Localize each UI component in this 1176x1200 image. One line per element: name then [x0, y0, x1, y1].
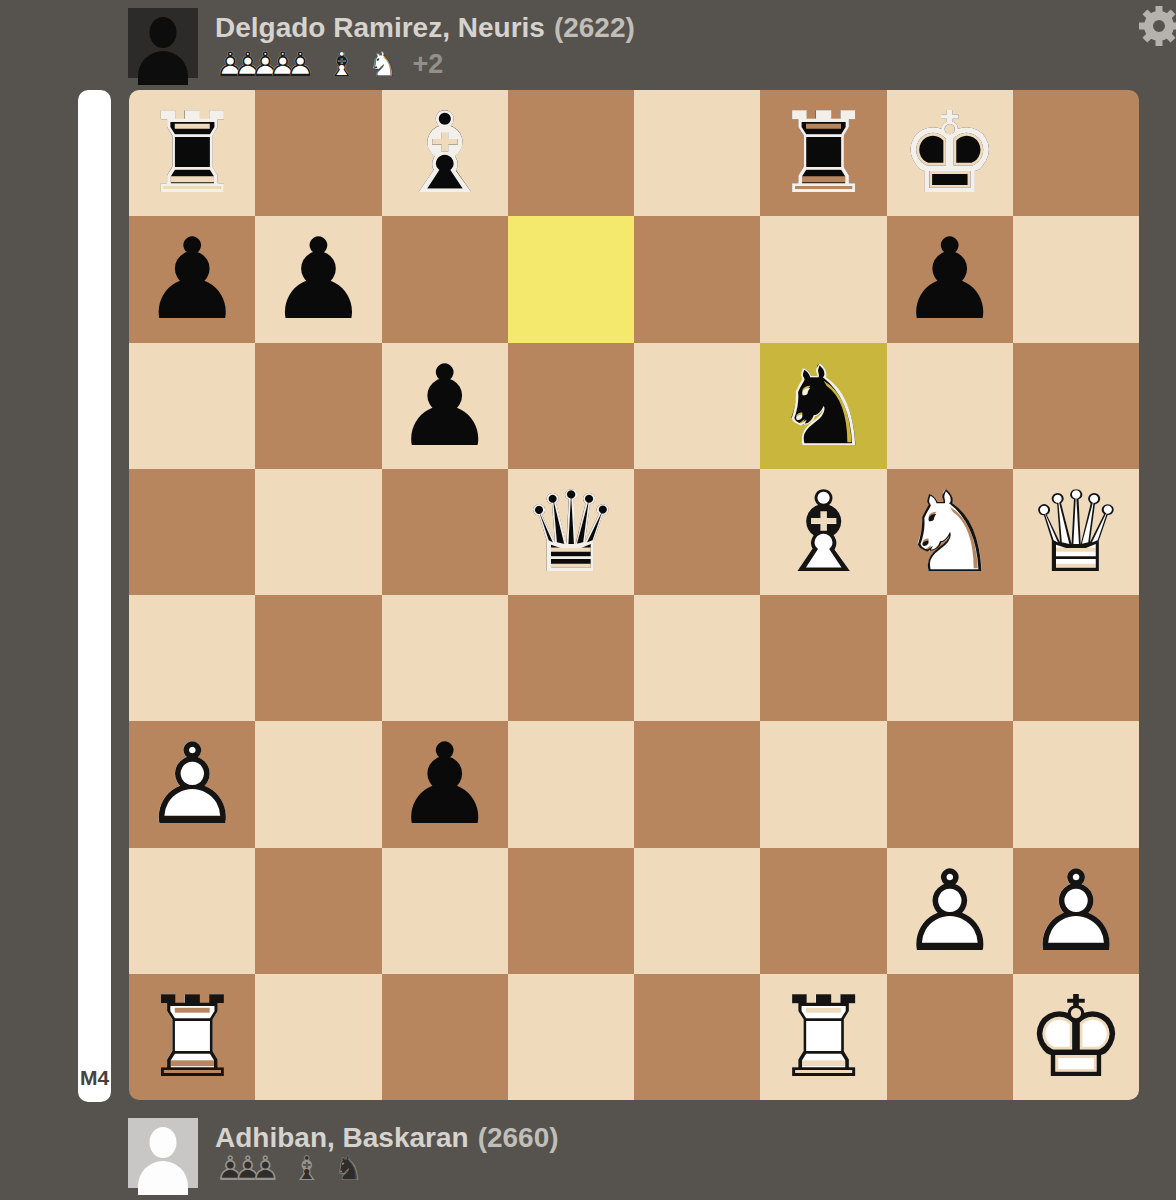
square-c2[interactable] — [382, 848, 508, 974]
bottom-captured-row: ♟♙♟♙♟♙♝♗♞♘ — [215, 1149, 377, 1187]
square-c1[interactable] — [382, 974, 508, 1100]
square-a8[interactable]: ♜♖ — [129, 90, 255, 216]
square-c3[interactable]: ♟ — [382, 721, 508, 847]
square-b5[interactable] — [255, 469, 381, 595]
white-rook-piece[interactable]: ♜♖ — [129, 974, 255, 1100]
top-player-rating: (2622) — [554, 12, 635, 44]
square-c6[interactable]: ♟ — [382, 343, 508, 469]
square-e6[interactable] — [634, 343, 760, 469]
captured-black-pawn: ♟♙ — [250, 1149, 280, 1187]
chess-board: ♜♖♝♗♜♖♚♔♟♟♟♟♞♘♛♕♝♗♞♘♛♕♟♙♟♟♙♟♙♜♖♜♖♚♔ — [129, 90, 1139, 1100]
white-queen-piece[interactable]: ♛♕ — [1013, 469, 1139, 595]
square-g1[interactable] — [887, 974, 1013, 1100]
square-g8[interactable]: ♚♔ — [887, 90, 1013, 216]
black-rook-piece[interactable]: ♜♖ — [129, 90, 255, 216]
square-b3[interactable] — [255, 721, 381, 847]
white-pawn-piece[interactable]: ♟♙ — [129, 721, 255, 847]
eval-label: M4 — [78, 1066, 111, 1090]
square-g4[interactable] — [887, 595, 1013, 721]
square-f6[interactable]: ♞♘ — [760, 343, 886, 469]
square-g3[interactable] — [887, 721, 1013, 847]
square-c8[interactable]: ♝♗ — [382, 90, 508, 216]
square-d2[interactable] — [508, 848, 634, 974]
captured-black-knight: ♞♘ — [333, 1149, 363, 1187]
black-pawn-piece[interactable]: ♟ — [382, 721, 508, 847]
square-e7[interactable] — [634, 216, 760, 342]
square-d4[interactable] — [508, 595, 634, 721]
square-f5[interactable]: ♝♗ — [760, 469, 886, 595]
black-queen-piece[interactable]: ♛♕ — [508, 469, 634, 595]
square-e1[interactable] — [634, 974, 760, 1100]
square-f7[interactable] — [760, 216, 886, 342]
captured-white-bishop: ♝♗ — [326, 45, 356, 83]
white-pawn-piece[interactable]: ♟♙ — [1013, 848, 1139, 974]
square-a7[interactable]: ♟ — [129, 216, 255, 342]
square-b6[interactable] — [255, 343, 381, 469]
black-pawn-piece[interactable]: ♟ — [255, 216, 381, 342]
square-h2[interactable]: ♟♙ — [1013, 848, 1139, 974]
square-b1[interactable] — [255, 974, 381, 1100]
captured-black-bishop: ♝♗ — [291, 1149, 321, 1187]
square-f8[interactable]: ♜♖ — [760, 90, 886, 216]
square-d8[interactable] — [508, 90, 634, 216]
square-b7[interactable]: ♟ — [255, 216, 381, 342]
black-pawn-piece[interactable]: ♟ — [129, 216, 255, 342]
captured-white-knight: ♞♘ — [368, 45, 398, 83]
square-g5[interactable]: ♞♘ — [887, 469, 1013, 595]
black-bishop-piece[interactable]: ♝♗ — [382, 90, 508, 216]
square-d5[interactable]: ♛♕ — [508, 469, 634, 595]
square-e3[interactable] — [634, 721, 760, 847]
bottom-player-rating: (2660) — [478, 1122, 559, 1154]
square-e2[interactable] — [634, 848, 760, 974]
gear-svg — [1138, 5, 1176, 47]
square-d1[interactable] — [508, 974, 634, 1100]
white-knight-piece[interactable]: ♞♘ — [887, 469, 1013, 595]
square-g7[interactable]: ♟ — [887, 216, 1013, 342]
white-pawn-piece[interactable]: ♟♙ — [887, 848, 1013, 974]
square-f4[interactable] — [760, 595, 886, 721]
square-g6[interactable] — [887, 343, 1013, 469]
black-knight-piece[interactable]: ♞♘ — [760, 343, 886, 469]
black-pawn-piece[interactable]: ♟ — [887, 216, 1013, 342]
square-f1[interactable]: ♜♖ — [760, 974, 886, 1100]
square-e8[interactable] — [634, 90, 760, 216]
black-king-piece[interactable]: ♚♔ — [887, 90, 1013, 216]
square-d3[interactable] — [508, 721, 634, 847]
square-a1[interactable]: ♜♖ — [129, 974, 255, 1100]
square-h8[interactable] — [1013, 90, 1139, 216]
square-b2[interactable] — [255, 848, 381, 974]
square-b4[interactable] — [255, 595, 381, 721]
square-c7[interactable] — [382, 216, 508, 342]
square-h3[interactable] — [1013, 721, 1139, 847]
captured-white-pawn: ♟♙ — [285, 45, 315, 83]
square-h6[interactable] — [1013, 343, 1139, 469]
square-g2[interactable]: ♟♙ — [887, 848, 1013, 974]
square-e5[interactable] — [634, 469, 760, 595]
app-screen: Delgado Ramirez, Neuris (2622) ♟♙♟♙♟♙♟♙♟… — [0, 0, 1176, 1200]
square-h7[interactable] — [1013, 216, 1139, 342]
square-a3[interactable]: ♟♙ — [129, 721, 255, 847]
square-h5[interactable]: ♛♕ — [1013, 469, 1139, 595]
top-material-advantage: +2 — [412, 49, 443, 80]
square-c4[interactable] — [382, 595, 508, 721]
bottom-player-avatar — [128, 1118, 198, 1188]
square-f3[interactable] — [760, 721, 886, 847]
square-d7[interactable] — [508, 216, 634, 342]
square-f2[interactable] — [760, 848, 886, 974]
white-rook-piece[interactable]: ♜♖ — [760, 974, 886, 1100]
square-a5[interactable] — [129, 469, 255, 595]
white-bishop-piece[interactable]: ♝♗ — [760, 469, 886, 595]
top-player-name: Delgado Ramirez, Neuris — [215, 12, 545, 44]
settings-gear-icon[interactable] — [1138, 5, 1176, 47]
square-d6[interactable] — [508, 343, 634, 469]
square-b8[interactable] — [255, 90, 381, 216]
black-pawn-piece[interactable]: ♟ — [382, 343, 508, 469]
square-a6[interactable] — [129, 343, 255, 469]
square-h1[interactable]: ♚♔ — [1013, 974, 1139, 1100]
white-king-piece[interactable]: ♚♔ — [1013, 974, 1139, 1100]
top-player-name-row: Delgado Ramirez, Neuris (2622) — [215, 12, 635, 44]
square-h4[interactable] — [1013, 595, 1139, 721]
square-e4[interactable] — [634, 595, 760, 721]
top-player-avatar — [128, 8, 198, 78]
top-captured-tray: ♟♙♟♙♟♙♟♙♟♙♝♗♞♘ — [215, 45, 398, 83]
eval-bar-white-fill — [78, 90, 111, 1102]
eval-bar: M4 — [78, 90, 111, 1102]
black-rook-piece[interactable]: ♜♖ — [760, 90, 886, 216]
square-a4[interactable] — [129, 595, 255, 721]
bottom-captured-tray: ♟♙♟♙♟♙♝♗♞♘ — [215, 1149, 363, 1187]
square-c5[interactable] — [382, 469, 508, 595]
square-a2[interactable] — [129, 848, 255, 974]
top-captured-row: ♟♙♟♙♟♙♟♙♟♙♝♗♞♘ +2 — [215, 45, 443, 83]
